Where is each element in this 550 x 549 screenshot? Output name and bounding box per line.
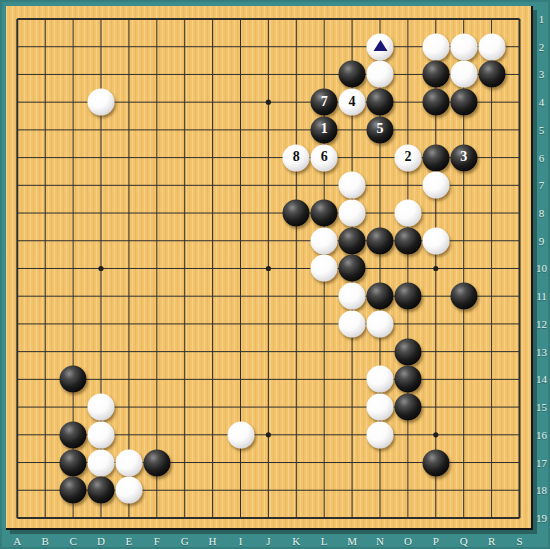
stones-layer: 74158623 <box>6 6 531 528</box>
white-stone-D15[interactable] <box>88 394 115 421</box>
column-label: F <box>154 535 160 547</box>
column-label: J <box>266 535 270 547</box>
black-stone-Q11[interactable] <box>450 283 477 310</box>
black-stone-P6[interactable] <box>422 144 449 171</box>
black-stone-P3[interactable] <box>422 61 449 88</box>
row-label: 7 <box>533 179 550 191</box>
black-stone-L5[interactable]: 1 <box>311 116 338 143</box>
row-label: 19 <box>533 512 550 524</box>
white-stone-N16[interactable] <box>367 421 394 448</box>
black-stone-L8[interactable] <box>311 200 338 227</box>
white-stone-L9[interactable] <box>311 227 338 254</box>
black-stone-M3[interactable] <box>339 61 366 88</box>
white-stone-R2[interactable] <box>478 33 505 60</box>
row-label: 16 <box>533 429 550 441</box>
column-label: B <box>42 535 49 547</box>
black-stone-K8[interactable] <box>283 200 310 227</box>
white-stone-M4[interactable]: 4 <box>339 89 366 116</box>
black-stone-Q4[interactable] <box>450 89 477 116</box>
row-label: 4 <box>533 96 550 108</box>
column-label: L <box>321 535 328 547</box>
white-stone-L6[interactable]: 6 <box>311 144 338 171</box>
row-label: 9 <box>533 235 550 247</box>
white-stone-P7[interactable] <box>422 172 449 199</box>
black-stone-R3[interactable] <box>478 61 505 88</box>
black-stone-C18[interactable] <box>60 477 87 504</box>
black-stone-O15[interactable] <box>394 394 421 421</box>
column-label: H <box>209 535 217 547</box>
move-number-label: 5 <box>377 123 384 137</box>
white-stone-L10[interactable] <box>311 255 338 282</box>
black-stone-O14[interactable] <box>394 366 421 393</box>
row-label: 18 <box>533 484 550 496</box>
black-stone-M10[interactable] <box>339 255 366 282</box>
white-stone-M8[interactable] <box>339 200 366 227</box>
column-label: A <box>13 535 21 547</box>
row-label: 5 <box>533 124 550 136</box>
white-stone-Q2[interactable] <box>450 33 477 60</box>
row-label: 17 <box>533 457 550 469</box>
black-stone-N9[interactable] <box>367 227 394 254</box>
column-label: C <box>69 535 76 547</box>
move-number-label: 7 <box>321 95 328 109</box>
column-label: E <box>126 535 133 547</box>
white-stone-N2[interactable] <box>367 33 394 60</box>
move-number-label: 8 <box>293 150 300 164</box>
row-label: 8 <box>533 207 550 219</box>
white-stone-D17[interactable] <box>88 449 115 476</box>
column-label: Q <box>460 535 468 547</box>
white-stone-O6[interactable]: 2 <box>394 144 421 171</box>
column-label: R <box>488 535 495 547</box>
column-label: S <box>516 535 522 547</box>
triangle-marker <box>373 40 387 51</box>
move-number-label: 4 <box>349 95 356 109</box>
black-stone-Q6[interactable]: 3 <box>450 144 477 171</box>
white-stone-I16[interactable] <box>227 421 254 448</box>
white-stone-E17[interactable] <box>115 449 142 476</box>
column-label: N <box>376 535 384 547</box>
move-number-label: 6 <box>321 150 328 164</box>
white-stone-O8[interactable] <box>394 200 421 227</box>
column-label: I <box>239 535 243 547</box>
white-stone-M11[interactable] <box>339 283 366 310</box>
column-label: O <box>404 535 412 547</box>
black-stone-O9[interactable] <box>394 227 421 254</box>
go-board-app: 74158623 ABCDEFGHIJKLMNOPQRS 12345678910… <box>0 0 550 549</box>
white-stone-D4[interactable] <box>88 89 115 116</box>
column-label: G <box>181 535 189 547</box>
move-number-label: 1 <box>321 123 328 137</box>
white-stone-P2[interactable] <box>422 33 449 60</box>
black-stone-N11[interactable] <box>367 283 394 310</box>
column-label: M <box>347 535 357 547</box>
black-stone-N5[interactable]: 5 <box>367 116 394 143</box>
row-label: 10 <box>533 262 550 274</box>
white-stone-P9[interactable] <box>422 227 449 254</box>
white-stone-N15[interactable] <box>367 394 394 421</box>
white-stone-N12[interactable] <box>367 310 394 337</box>
black-stone-O13[interactable] <box>394 338 421 365</box>
row-label: 2 <box>533 41 550 53</box>
column-label: K <box>292 535 300 547</box>
black-stone-N4[interactable] <box>367 89 394 116</box>
white-stone-N3[interactable] <box>367 61 394 88</box>
black-stone-C16[interactable] <box>60 421 87 448</box>
row-label: 13 <box>533 346 550 358</box>
white-stone-K6[interactable]: 8 <box>283 144 310 171</box>
row-label: 14 <box>533 373 550 385</box>
go-board[interactable]: 74158623 <box>6 6 533 530</box>
black-stone-C14[interactable] <box>60 366 87 393</box>
row-label: 11 <box>533 290 550 302</box>
black-stone-L4[interactable]: 7 <box>311 89 338 116</box>
white-stone-Q3[interactable] <box>450 61 477 88</box>
white-stone-N14[interactable] <box>367 366 394 393</box>
column-label: P <box>433 535 439 547</box>
black-stone-P17[interactable] <box>422 449 449 476</box>
black-stone-D18[interactable] <box>88 477 115 504</box>
black-stone-C17[interactable] <box>60 449 87 476</box>
black-stone-F17[interactable] <box>143 449 170 476</box>
row-label: 3 <box>533 68 550 80</box>
black-stone-O11[interactable] <box>394 283 421 310</box>
black-stone-M9[interactable] <box>339 227 366 254</box>
move-number-label: 2 <box>404 150 411 164</box>
move-number-label: 3 <box>460 150 467 164</box>
row-label: 6 <box>533 152 550 164</box>
white-stone-M7[interactable] <box>339 172 366 199</box>
black-stone-P4[interactable] <box>422 89 449 116</box>
row-label: 1 <box>533 13 550 25</box>
row-label: 12 <box>533 318 550 330</box>
white-stone-E18[interactable] <box>115 477 142 504</box>
white-stone-D16[interactable] <box>88 421 115 448</box>
column-label: D <box>97 535 105 547</box>
white-stone-M12[interactable] <box>339 310 366 337</box>
row-label: 15 <box>533 401 550 413</box>
